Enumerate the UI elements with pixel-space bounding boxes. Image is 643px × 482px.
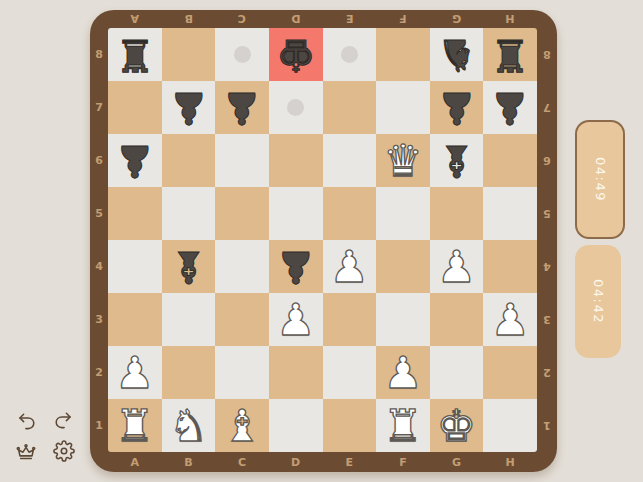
square-b8[interactable] xyxy=(162,28,216,81)
rank-label-5: 5 xyxy=(537,187,557,240)
black-pawn-a6[interactable]: ♟ xyxy=(115,139,154,183)
white-pawn-h3[interactable]: ♟ xyxy=(490,298,529,342)
square-h4[interactable] xyxy=(483,240,537,293)
file-label-c: C xyxy=(215,10,269,28)
crown-button[interactable] xyxy=(13,439,39,465)
square-a1[interactable]: ♜ xyxy=(108,399,162,452)
black-pawn-h7[interactable]: ♟ xyxy=(490,86,529,130)
file-label-f: F xyxy=(376,10,430,28)
square-g5[interactable] xyxy=(430,187,484,240)
square-g6[interactable]: ♝ xyxy=(430,134,484,187)
square-c5[interactable] xyxy=(215,187,269,240)
file-label-e: E xyxy=(323,452,377,472)
white-pawn-a2[interactable]: ♟ xyxy=(115,351,154,395)
black-pawn-d4[interactable]: ♟ xyxy=(276,245,315,289)
square-g2[interactable] xyxy=(430,346,484,399)
white-rook-a1[interactable]: ♜ xyxy=(115,404,154,448)
black-pawn-b7[interactable]: ♟ xyxy=(169,86,208,130)
file-label-b: B xyxy=(162,452,216,472)
legal-move-dot-e8[interactable] xyxy=(341,46,358,63)
white-pawn-g4[interactable]: ♟ xyxy=(437,245,476,289)
black-king-d8[interactable]: ♚ xyxy=(276,33,315,77)
square-f2[interactable]: ♟ xyxy=(376,346,430,399)
rank-labels-left: 87654321 xyxy=(90,28,108,452)
square-g8[interactable]: ♞ xyxy=(430,28,484,81)
file-label-h: H xyxy=(483,10,537,28)
square-e1[interactable] xyxy=(323,399,377,452)
white-pawn-f2[interactable]: ♟ xyxy=(383,351,422,395)
square-h2[interactable] xyxy=(483,346,537,399)
black-rook-a8[interactable]: ♜ xyxy=(115,33,154,77)
square-d1[interactable] xyxy=(269,399,323,452)
rank-label-8: 8 xyxy=(537,28,557,81)
rank-label-6: 6 xyxy=(537,134,557,187)
clock-white: 04:42 xyxy=(575,245,621,358)
square-c4[interactable] xyxy=(215,240,269,293)
file-label-a: A xyxy=(108,10,162,28)
rank-label-1: 1 xyxy=(537,399,557,452)
square-d3[interactable]: ♟ xyxy=(269,293,323,346)
square-a3[interactable] xyxy=(108,293,162,346)
file-label-d: D xyxy=(269,452,323,472)
white-king-g1[interactable]: ♚ xyxy=(437,404,476,448)
square-d8[interactable]: ♚ xyxy=(269,28,323,81)
rank-label-6: 6 xyxy=(90,134,108,187)
square-h6[interactable] xyxy=(483,134,537,187)
square-f1[interactable]: ♜ xyxy=(376,399,430,452)
square-e8[interactable] xyxy=(323,28,377,81)
file-label-g: G xyxy=(430,10,484,28)
square-h8[interactable]: ♜ xyxy=(483,28,537,81)
legal-move-dot-c8[interactable] xyxy=(234,46,251,63)
black-bishop-g6[interactable]: ♝ xyxy=(437,139,476,183)
square-d6[interactable] xyxy=(269,134,323,187)
board-frame: ABCDEFGH ABCDEFGH 87654321 87654321 ♜♚♞♜… xyxy=(90,10,557,472)
rank-label-2: 2 xyxy=(537,346,557,399)
redo-button[interactable] xyxy=(50,408,76,434)
file-label-d: D xyxy=(269,10,323,28)
file-labels-bottom: ABCDEFGH xyxy=(108,452,537,472)
rank-label-4: 4 xyxy=(537,240,557,293)
file-label-c: C xyxy=(215,452,269,472)
square-c2[interactable] xyxy=(215,346,269,399)
crown-icon xyxy=(15,441,37,463)
file-label-g: G xyxy=(430,452,484,472)
square-f4[interactable] xyxy=(376,240,430,293)
white-bishop-c1[interactable]: ♝ xyxy=(222,404,261,448)
square-g4[interactable]: ♟ xyxy=(430,240,484,293)
redo-icon xyxy=(52,410,74,432)
square-g7[interactable]: ♟ xyxy=(430,81,484,134)
square-b6[interactable] xyxy=(162,134,216,187)
rank-label-1: 1 xyxy=(90,399,108,452)
chess-app: ABCDEFGH ABCDEFGH 87654321 87654321 ♜♚♞♜… xyxy=(0,0,643,482)
rank-label-7: 7 xyxy=(537,81,557,134)
white-rook-f1[interactable]: ♜ xyxy=(383,404,422,448)
square-a6[interactable]: ♟ xyxy=(108,134,162,187)
square-a5[interactable] xyxy=(108,187,162,240)
rank-label-8: 8 xyxy=(90,28,108,81)
square-d4[interactable]: ♟ xyxy=(269,240,323,293)
white-pawn-d3[interactable]: ♟ xyxy=(276,298,315,342)
square-g1[interactable]: ♚ xyxy=(430,399,484,452)
rank-label-7: 7 xyxy=(90,81,108,134)
rank-label-3: 3 xyxy=(90,293,108,346)
rank-label-3: 3 xyxy=(537,293,557,346)
undo-button[interactable] xyxy=(14,409,40,435)
rank-label-4: 4 xyxy=(90,240,108,293)
square-b1[interactable]: ♞ xyxy=(162,399,216,452)
square-h5[interactable] xyxy=(483,187,537,240)
square-c1[interactable]: ♝ xyxy=(215,399,269,452)
square-e6[interactable] xyxy=(323,134,377,187)
chess-board[interactable]: ♜♚♞♜♟♟♟♟♟♛♝♝♟♟♟♟♟♟♟♜♞♝♜♚ xyxy=(108,28,537,452)
square-f6[interactable]: ♛ xyxy=(376,134,430,187)
square-c3[interactable] xyxy=(215,293,269,346)
white-queen-f6[interactable]: ♛ xyxy=(383,139,422,183)
square-a4[interactable] xyxy=(108,240,162,293)
clock-white-time: 04:42 xyxy=(591,279,606,324)
square-a8[interactable]: ♜ xyxy=(108,28,162,81)
white-pawn-e4[interactable]: ♟ xyxy=(330,245,369,289)
settings-button[interactable] xyxy=(51,438,77,464)
square-c6[interactable] xyxy=(215,134,269,187)
file-labels-top: ABCDEFGH xyxy=(108,10,537,28)
square-f7[interactable] xyxy=(376,81,430,134)
square-h3[interactable]: ♟ xyxy=(483,293,537,346)
square-h7[interactable]: ♟ xyxy=(483,81,537,134)
square-e2[interactable] xyxy=(323,346,377,399)
square-f3[interactable] xyxy=(376,293,430,346)
clock-black: 04:49 xyxy=(575,120,625,239)
file-label-f: F xyxy=(376,452,430,472)
file-label-e: E xyxy=(323,10,377,28)
square-b2[interactable] xyxy=(162,346,216,399)
square-b5[interactable] xyxy=(162,187,216,240)
square-h1[interactable] xyxy=(483,399,537,452)
gear-icon xyxy=(53,440,75,462)
square-a7[interactable] xyxy=(108,81,162,134)
rank-labels-right: 87654321 xyxy=(537,28,557,452)
square-e3[interactable] xyxy=(323,293,377,346)
legal-move-dot-d7[interactable] xyxy=(287,99,304,116)
square-d5[interactable] xyxy=(269,187,323,240)
black-rook-h8[interactable]: ♜ xyxy=(490,33,529,77)
square-c7[interactable]: ♟ xyxy=(215,81,269,134)
square-e5[interactable] xyxy=(323,187,377,240)
clock-black-time: 04:49 xyxy=(593,157,608,202)
undo-icon xyxy=(16,411,38,433)
black-pawn-g7[interactable]: ♟ xyxy=(437,86,476,130)
square-b4[interactable]: ♝ xyxy=(162,240,216,293)
rank-label-2: 2 xyxy=(90,346,108,399)
black-bishop-b4[interactable]: ♝ xyxy=(169,245,208,289)
black-pawn-c7[interactable]: ♟ xyxy=(222,86,261,130)
file-label-h: H xyxy=(483,452,537,472)
rank-label-5: 5 xyxy=(90,187,108,240)
black-knight-g8[interactable]: ♞ xyxy=(437,33,476,77)
square-f5[interactable] xyxy=(376,187,430,240)
square-e7[interactable] xyxy=(323,81,377,134)
square-c8[interactable] xyxy=(215,28,269,81)
square-d7[interactable] xyxy=(269,81,323,134)
white-knight-b1[interactable]: ♞ xyxy=(169,404,208,448)
file-label-b: B xyxy=(162,10,216,28)
square-b7[interactable]: ♟ xyxy=(162,81,216,134)
square-g3[interactable] xyxy=(430,293,484,346)
square-d2[interactable] xyxy=(269,346,323,399)
square-e4[interactable]: ♟ xyxy=(323,240,377,293)
square-a2[interactable]: ♟ xyxy=(108,346,162,399)
square-f8[interactable] xyxy=(376,28,430,81)
file-label-a: A xyxy=(108,452,162,472)
square-b3[interactable] xyxy=(162,293,216,346)
